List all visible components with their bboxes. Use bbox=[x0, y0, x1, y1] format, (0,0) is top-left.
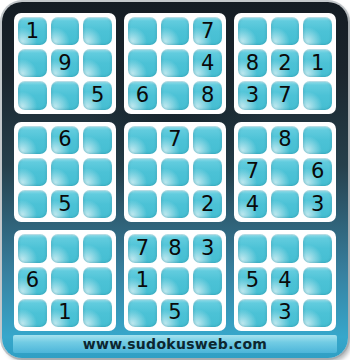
cell-r2c1[interactable] bbox=[18, 49, 47, 77]
cell-r1c9[interactable] bbox=[303, 17, 332, 45]
box-1: 195 bbox=[14, 13, 116, 114]
cell-r8c7[interactable]: 5 bbox=[238, 267, 267, 295]
cell-r9c3[interactable] bbox=[83, 299, 112, 327]
cell-r8c2[interactable] bbox=[51, 267, 80, 295]
cell-r8c9[interactable] bbox=[303, 267, 332, 295]
cell-r3c6[interactable]: 8 bbox=[193, 81, 222, 109]
cell-r6c7[interactable]: 4 bbox=[238, 190, 267, 218]
cell-r4c5[interactable]: 7 bbox=[161, 126, 190, 154]
cell-r2c2[interactable]: 9 bbox=[51, 49, 80, 77]
cell-r6c6[interactable]: 2 bbox=[193, 190, 222, 218]
cell-r7c1[interactable] bbox=[18, 234, 47, 262]
cell-r3c1[interactable] bbox=[18, 81, 47, 109]
cell-r4c7[interactable] bbox=[238, 126, 267, 154]
cell-r7c4[interactable]: 7 bbox=[128, 234, 157, 262]
cell-r5c5[interactable] bbox=[161, 158, 190, 186]
cell-r9c5[interactable]: 5 bbox=[161, 299, 190, 327]
cell-r1c6[interactable]: 7 bbox=[193, 17, 222, 45]
cell-r9c2[interactable]: 1 bbox=[51, 299, 80, 327]
cell-r4c4[interactable] bbox=[128, 126, 157, 154]
sudoku-board: 1957468821376572876436178315543 www.sudo… bbox=[2, 2, 348, 358]
box-6: 87643 bbox=[234, 122, 336, 223]
cell-r5c2[interactable] bbox=[51, 158, 80, 186]
cell-r1c1[interactable]: 1 bbox=[18, 17, 47, 45]
cell-r9c9[interactable] bbox=[303, 299, 332, 327]
cell-r5c7[interactable]: 7 bbox=[238, 158, 267, 186]
cell-r4c3[interactable] bbox=[83, 126, 112, 154]
cell-r2c9[interactable]: 1 bbox=[303, 49, 332, 77]
cell-r6c3[interactable] bbox=[83, 190, 112, 218]
cell-r5c6[interactable] bbox=[193, 158, 222, 186]
cell-r7c5[interactable]: 8 bbox=[161, 234, 190, 262]
website-link[interactable]: www.sudokusweb.com bbox=[83, 336, 267, 352]
box-9: 543 bbox=[234, 230, 336, 331]
cell-r6c2[interactable]: 5 bbox=[51, 190, 80, 218]
cell-r5c1[interactable] bbox=[18, 158, 47, 186]
cell-r8c4[interactable]: 1 bbox=[128, 267, 157, 295]
cell-r4c1[interactable] bbox=[18, 126, 47, 154]
cell-r8c5[interactable] bbox=[161, 267, 190, 295]
cell-r7c7[interactable] bbox=[238, 234, 267, 262]
cell-r1c5[interactable] bbox=[161, 17, 190, 45]
cell-r1c7[interactable] bbox=[238, 17, 267, 45]
cell-r5c9[interactable]: 6 bbox=[303, 158, 332, 186]
cell-r3c5[interactable] bbox=[161, 81, 190, 109]
cell-r1c4[interactable] bbox=[128, 17, 157, 45]
cell-r6c4[interactable] bbox=[128, 190, 157, 218]
cell-r1c2[interactable] bbox=[51, 17, 80, 45]
cell-r8c6[interactable] bbox=[193, 267, 222, 295]
cell-r2c6[interactable]: 4 bbox=[193, 49, 222, 77]
cell-r7c3[interactable] bbox=[83, 234, 112, 262]
cell-r3c4[interactable]: 6 bbox=[128, 81, 157, 109]
cell-r7c2[interactable] bbox=[51, 234, 80, 262]
cell-r9c7[interactable] bbox=[238, 299, 267, 327]
cell-r6c1[interactable] bbox=[18, 190, 47, 218]
box-4: 65 bbox=[14, 122, 116, 223]
cell-r3c9[interactable] bbox=[303, 81, 332, 109]
cell-r4c9[interactable] bbox=[303, 126, 332, 154]
cell-r5c3[interactable] bbox=[83, 158, 112, 186]
box-3: 82137 bbox=[234, 13, 336, 114]
cell-r2c5[interactable] bbox=[161, 49, 190, 77]
box-2: 7468 bbox=[124, 13, 226, 114]
cell-r4c8[interactable]: 8 bbox=[271, 126, 300, 154]
cell-r5c8[interactable] bbox=[271, 158, 300, 186]
cell-r1c3[interactable] bbox=[83, 17, 112, 45]
footer-bar: www.sudokusweb.com bbox=[13, 335, 337, 353]
cell-r3c3[interactable]: 5 bbox=[83, 81, 112, 109]
box-7: 61 bbox=[14, 230, 116, 331]
cell-r6c8[interactable] bbox=[271, 190, 300, 218]
cell-r4c6[interactable] bbox=[193, 126, 222, 154]
cell-r3c7[interactable]: 3 bbox=[238, 81, 267, 109]
cell-r5c4[interactable] bbox=[128, 158, 157, 186]
cell-r9c4[interactable] bbox=[128, 299, 157, 327]
cell-r7c6[interactable]: 3 bbox=[193, 234, 222, 262]
cell-r7c9[interactable] bbox=[303, 234, 332, 262]
cell-r8c8[interactable]: 4 bbox=[271, 267, 300, 295]
cell-r2c3[interactable] bbox=[83, 49, 112, 77]
cell-r9c8[interactable]: 3 bbox=[271, 299, 300, 327]
cell-r9c6[interactable] bbox=[193, 299, 222, 327]
cell-r6c9[interactable]: 3 bbox=[303, 190, 332, 218]
cell-r2c4[interactable] bbox=[128, 49, 157, 77]
cell-r8c1[interactable]: 6 bbox=[18, 267, 47, 295]
cell-r3c2[interactable] bbox=[51, 81, 80, 109]
cell-r8c3[interactable] bbox=[83, 267, 112, 295]
cell-r7c8[interactable] bbox=[271, 234, 300, 262]
cell-r1c8[interactable] bbox=[271, 17, 300, 45]
cell-r3c8[interactable]: 7 bbox=[271, 81, 300, 109]
cell-r6c5[interactable] bbox=[161, 190, 190, 218]
cell-r4c2[interactable]: 6 bbox=[51, 126, 80, 154]
cell-r2c7[interactable]: 8 bbox=[238, 49, 267, 77]
box-8: 78315 bbox=[124, 230, 226, 331]
box-5: 72 bbox=[124, 122, 226, 223]
cell-r9c1[interactable] bbox=[18, 299, 47, 327]
cell-r2c8[interactable]: 2 bbox=[271, 49, 300, 77]
sudoku-grid: 1957468821376572876436178315543 bbox=[14, 13, 336, 331]
